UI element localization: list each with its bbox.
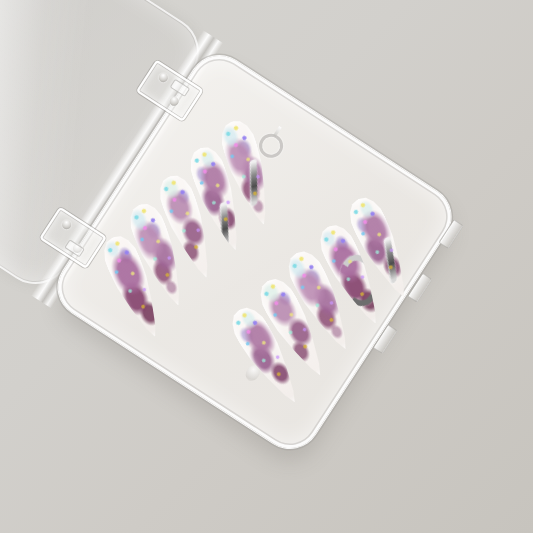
nail-layer	[0, 0, 533, 533]
wave-charm	[384, 236, 398, 284]
photo-backdrop	[0, 0, 533, 533]
wave-charm	[250, 159, 258, 206]
wave-charm	[220, 202, 229, 249]
